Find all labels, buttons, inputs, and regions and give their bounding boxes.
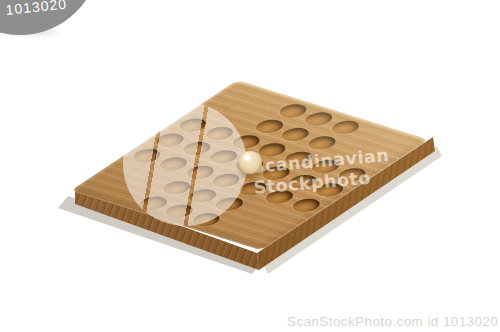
watermark-bottom-credit: ScanStockPhoto.com id 1013020 (287, 314, 498, 329)
marble-piece[interactable]: ● (239, 151, 262, 174)
photo-stage: ● Scandinavian Stockphoto 1013020 ScanSt… (0, 0, 500, 332)
marble-highlight (244, 155, 251, 161)
watermark-logo-center (123, 102, 247, 226)
marble-glyph: ● (239, 151, 262, 174)
